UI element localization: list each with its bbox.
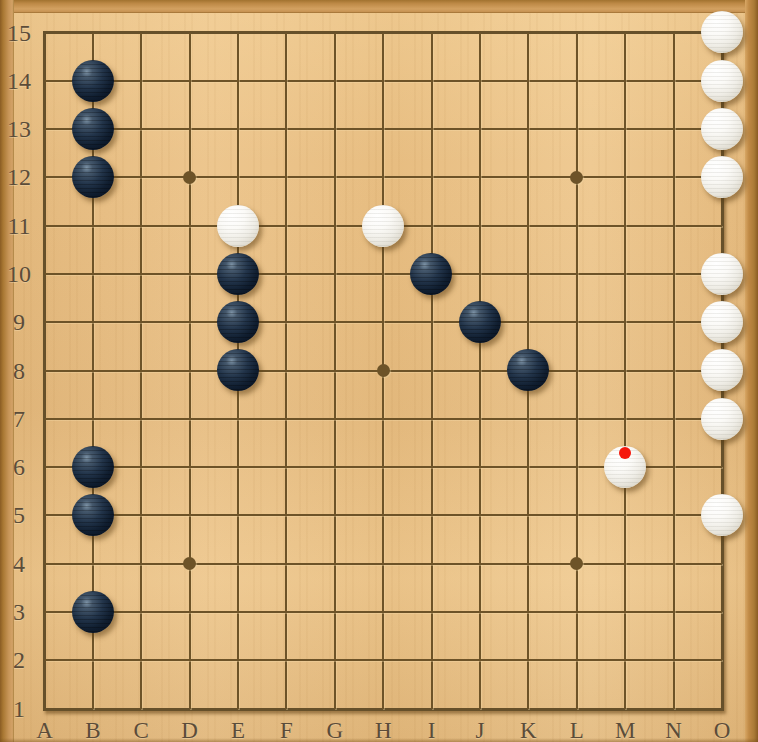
- cell-N14[interactable]: [649, 57, 697, 105]
- cell-O7[interactable]: [698, 395, 746, 443]
- cell-C10[interactable]: [117, 250, 165, 298]
- cell-B9[interactable]: [69, 298, 117, 346]
- black-stone-B6: [72, 446, 114, 488]
- cell-B6[interactable]: [69, 443, 117, 491]
- cell-M10[interactable]: [601, 250, 649, 298]
- cell-M2[interactable]: [601, 636, 649, 684]
- cell-B15[interactable]: [69, 8, 117, 56]
- cell-C3[interactable]: [117, 588, 165, 636]
- cell-A4[interactable]: [20, 539, 68, 587]
- cell-B1[interactable]: [69, 684, 117, 732]
- cell-B8[interactable]: [69, 346, 117, 394]
- cell-I1[interactable]: [407, 684, 455, 732]
- black-stone-E10: [217, 253, 259, 295]
- cell-L14[interactable]: [552, 57, 600, 105]
- cell-K6[interactable]: [504, 443, 552, 491]
- black-stone-B13: [72, 108, 114, 150]
- cell-J12[interactable]: [456, 153, 504, 201]
- black-stone-K8: [507, 349, 549, 391]
- black-stone-B14: [72, 60, 114, 102]
- cell-M11[interactable]: [601, 201, 649, 249]
- cell-J8[interactable]: [456, 346, 504, 394]
- cell-N9[interactable]: [649, 298, 697, 346]
- cell-A15[interactable]: [20, 8, 68, 56]
- cell-A12[interactable]: [20, 153, 68, 201]
- cell-N10[interactable]: [649, 250, 697, 298]
- cell-I9[interactable]: [407, 298, 455, 346]
- cell-D15[interactable]: [165, 8, 213, 56]
- cell-O8[interactable]: [698, 346, 746, 394]
- cell-G13[interactable]: [311, 105, 359, 153]
- cell-O4[interactable]: [698, 539, 746, 587]
- cell-E2[interactable]: [214, 636, 262, 684]
- cell-A14[interactable]: [20, 57, 68, 105]
- cell-O13[interactable]: [698, 105, 746, 153]
- cell-K13[interactable]: [504, 105, 552, 153]
- cell-K11[interactable]: [504, 201, 552, 249]
- cell-E1[interactable]: [214, 684, 262, 732]
- cell-I5[interactable]: [407, 491, 455, 539]
- black-stone-E9: [217, 301, 259, 343]
- black-stone-B3: [72, 591, 114, 633]
- cell-H5[interactable]: [359, 491, 407, 539]
- cell-D1[interactable]: [165, 684, 213, 732]
- cell-L1[interactable]: [552, 684, 600, 732]
- cell-G14[interactable]: [311, 57, 359, 105]
- cell-B11[interactable]: [69, 201, 117, 249]
- cell-N11[interactable]: [649, 201, 697, 249]
- cell-I6[interactable]: [407, 443, 455, 491]
- cell-G6[interactable]: [311, 443, 359, 491]
- cell-B10[interactable]: [69, 250, 117, 298]
- cell-F12[interactable]: [262, 153, 310, 201]
- cell-A10[interactable]: [20, 250, 68, 298]
- cell-L2[interactable]: [552, 636, 600, 684]
- cell-M5[interactable]: [601, 491, 649, 539]
- cell-F5[interactable]: [262, 491, 310, 539]
- black-stone-B5: [72, 494, 114, 536]
- cell-H15[interactable]: [359, 8, 407, 56]
- cell-O2[interactable]: [698, 636, 746, 684]
- cell-O15[interactable]: [698, 8, 746, 56]
- black-stone-I10: [410, 253, 452, 295]
- cell-G9[interactable]: [311, 298, 359, 346]
- cell-J13[interactable]: [456, 105, 504, 153]
- cell-M4[interactable]: [601, 539, 649, 587]
- cell-H12[interactable]: [359, 153, 407, 201]
- cell-M7[interactable]: [601, 395, 649, 443]
- white-stone-O10: [701, 253, 743, 295]
- cell-B14[interactable]: [69, 57, 117, 105]
- cell-E9[interactable]: [214, 298, 262, 346]
- cell-J14[interactable]: [456, 57, 504, 105]
- cell-E3[interactable]: [214, 588, 262, 636]
- cell-I4[interactable]: [407, 539, 455, 587]
- cell-H4[interactable]: [359, 539, 407, 587]
- cell-I8[interactable]: [407, 346, 455, 394]
- cell-M6[interactable]: [601, 443, 649, 491]
- cell-C4[interactable]: [117, 539, 165, 587]
- cell-J9[interactable]: [456, 298, 504, 346]
- cell-J4[interactable]: [456, 539, 504, 587]
- white-stone-O12: [701, 156, 743, 198]
- cell-M3[interactable]: [601, 588, 649, 636]
- cell-F6[interactable]: [262, 443, 310, 491]
- cell-C7[interactable]: [117, 395, 165, 443]
- cell-H7[interactable]: [359, 395, 407, 443]
- cell-H1[interactable]: [359, 684, 407, 732]
- cell-I3[interactable]: [407, 588, 455, 636]
- cell-L15[interactable]: [552, 8, 600, 56]
- cell-N6[interactable]: [649, 443, 697, 491]
- cell-E6[interactable]: [214, 443, 262, 491]
- cell-G3[interactable]: [311, 588, 359, 636]
- cell-D8[interactable]: [165, 346, 213, 394]
- cell-N3[interactable]: [649, 588, 697, 636]
- cell-D13[interactable]: [165, 105, 213, 153]
- cell-F11[interactable]: [262, 201, 310, 249]
- cell-K3[interactable]: [504, 588, 552, 636]
- cell-E15[interactable]: [214, 8, 262, 56]
- cell-B13[interactable]: [69, 105, 117, 153]
- cell-J1[interactable]: [456, 684, 504, 732]
- cell-G5[interactable]: [311, 491, 359, 539]
- cell-D14[interactable]: [165, 57, 213, 105]
- cell-K8[interactable]: [504, 346, 552, 394]
- white-stone-O13: [701, 108, 743, 150]
- goban: 151413121110987654321 ABCDEFGHIJKLMNO: [0, 0, 758, 742]
- cell-O9[interactable]: [698, 298, 746, 346]
- cell-H6[interactable]: [359, 443, 407, 491]
- cell-I12[interactable]: [407, 153, 455, 201]
- cell-F7[interactable]: [262, 395, 310, 443]
- cell-N2[interactable]: [649, 636, 697, 684]
- cell-O5[interactable]: [698, 491, 746, 539]
- cell-M8[interactable]: [601, 346, 649, 394]
- cell-N15[interactable]: [649, 8, 697, 56]
- cell-C13[interactable]: [117, 105, 165, 153]
- cell-F13[interactable]: [262, 105, 310, 153]
- cell-I10[interactable]: [407, 250, 455, 298]
- cell-G1[interactable]: [311, 684, 359, 732]
- cell-N5[interactable]: [649, 491, 697, 539]
- cell-M14[interactable]: [601, 57, 649, 105]
- cell-E13[interactable]: [214, 105, 262, 153]
- cell-O11[interactable]: [698, 201, 746, 249]
- cell-L13[interactable]: [552, 105, 600, 153]
- cell-I7[interactable]: [407, 395, 455, 443]
- cell-L8[interactable]: [552, 346, 600, 394]
- cell-C15[interactable]: [117, 8, 165, 56]
- cell-N8[interactable]: [649, 346, 697, 394]
- white-stone-H11: [362, 205, 404, 247]
- white-stone-O15: [701, 11, 743, 53]
- board-grid: [20, 8, 746, 732]
- cell-M9[interactable]: [601, 298, 649, 346]
- cell-L7[interactable]: [552, 395, 600, 443]
- cell-L4[interactable]: [552, 539, 600, 587]
- cell-O1[interactable]: [698, 684, 746, 732]
- cell-D12[interactable]: [165, 153, 213, 201]
- cell-D10[interactable]: [165, 250, 213, 298]
- cell-H8[interactable]: [359, 346, 407, 394]
- cell-J5[interactable]: [456, 491, 504, 539]
- cell-D2[interactable]: [165, 636, 213, 684]
- cell-J6[interactable]: [456, 443, 504, 491]
- cell-I11[interactable]: [407, 201, 455, 249]
- cell-L12[interactable]: [552, 153, 600, 201]
- white-stone-O14: [701, 60, 743, 102]
- cell-K7[interactable]: [504, 395, 552, 443]
- white-stone-O5: [701, 494, 743, 536]
- cell-A9[interactable]: [20, 298, 68, 346]
- cell-D3[interactable]: [165, 588, 213, 636]
- cell-G10[interactable]: [311, 250, 359, 298]
- cell-G2[interactable]: [311, 636, 359, 684]
- cell-E11[interactable]: [214, 201, 262, 249]
- cell-E5[interactable]: [214, 491, 262, 539]
- cell-C14[interactable]: [117, 57, 165, 105]
- cell-H2[interactable]: [359, 636, 407, 684]
- cell-B2[interactable]: [69, 636, 117, 684]
- cell-N12[interactable]: [649, 153, 697, 201]
- cell-O3[interactable]: [698, 588, 746, 636]
- cell-A2[interactable]: [20, 636, 68, 684]
- cell-A6[interactable]: [20, 443, 68, 491]
- cell-G11[interactable]: [311, 201, 359, 249]
- cell-A8[interactable]: [20, 346, 68, 394]
- cell-A13[interactable]: [20, 105, 68, 153]
- cell-N7[interactable]: [649, 395, 697, 443]
- cell-M15[interactable]: [601, 8, 649, 56]
- black-stone-B12: [72, 156, 114, 198]
- cell-M1[interactable]: [601, 684, 649, 732]
- cell-B3[interactable]: [69, 588, 117, 636]
- cell-I14[interactable]: [407, 57, 455, 105]
- cell-K9[interactable]: [504, 298, 552, 346]
- cell-M12[interactable]: [601, 153, 649, 201]
- cell-F14[interactable]: [262, 57, 310, 105]
- cell-E8[interactable]: [214, 346, 262, 394]
- cell-J11[interactable]: [456, 201, 504, 249]
- cell-F1[interactable]: [262, 684, 310, 732]
- cell-N4[interactable]: [649, 539, 697, 587]
- cell-J7[interactable]: [456, 395, 504, 443]
- cell-A5[interactable]: [20, 491, 68, 539]
- white-stone-M6: [604, 446, 646, 488]
- cell-B12[interactable]: [69, 153, 117, 201]
- cell-L6[interactable]: [552, 443, 600, 491]
- cell-L10[interactable]: [552, 250, 600, 298]
- cell-C6[interactable]: [117, 443, 165, 491]
- cell-K12[interactable]: [504, 153, 552, 201]
- cell-G7[interactable]: [311, 395, 359, 443]
- cell-L9[interactable]: [552, 298, 600, 346]
- cell-L3[interactable]: [552, 588, 600, 636]
- white-stone-E11: [217, 205, 259, 247]
- cell-K10[interactable]: [504, 250, 552, 298]
- cell-O10[interactable]: [698, 250, 746, 298]
- cell-O6[interactable]: [698, 443, 746, 491]
- cell-H9[interactable]: [359, 298, 407, 346]
- last-move-marker: [619, 447, 631, 459]
- cell-K14[interactable]: [504, 57, 552, 105]
- cell-C2[interactable]: [117, 636, 165, 684]
- cell-H10[interactable]: [359, 250, 407, 298]
- cell-K1[interactable]: [504, 684, 552, 732]
- cell-B4[interactable]: [69, 539, 117, 587]
- cell-H13[interactable]: [359, 105, 407, 153]
- cell-J10[interactable]: [456, 250, 504, 298]
- cell-B7[interactable]: [69, 395, 117, 443]
- cell-F10[interactable]: [262, 250, 310, 298]
- cell-F9[interactable]: [262, 298, 310, 346]
- cell-H11[interactable]: [359, 201, 407, 249]
- cell-N13[interactable]: [649, 105, 697, 153]
- cell-E12[interactable]: [214, 153, 262, 201]
- cell-C5[interactable]: [117, 491, 165, 539]
- cell-E4[interactable]: [214, 539, 262, 587]
- cell-O14[interactable]: [698, 57, 746, 105]
- cell-H3[interactable]: [359, 588, 407, 636]
- cell-E10[interactable]: [214, 250, 262, 298]
- cell-D11[interactable]: [165, 201, 213, 249]
- cell-D4[interactable]: [165, 539, 213, 587]
- white-stone-O8: [701, 349, 743, 391]
- cell-A3[interactable]: [20, 588, 68, 636]
- cell-D9[interactable]: [165, 298, 213, 346]
- cell-I15[interactable]: [407, 8, 455, 56]
- cell-G4[interactable]: [311, 539, 359, 587]
- cell-F2[interactable]: [262, 636, 310, 684]
- cell-K5[interactable]: [504, 491, 552, 539]
- cell-F15[interactable]: [262, 8, 310, 56]
- cell-E14[interactable]: [214, 57, 262, 105]
- cell-C12[interactable]: [117, 153, 165, 201]
- cell-D6[interactable]: [165, 443, 213, 491]
- cell-C9[interactable]: [117, 298, 165, 346]
- cell-G15[interactable]: [311, 8, 359, 56]
- cell-G8[interactable]: [311, 346, 359, 394]
- cell-K2[interactable]: [504, 636, 552, 684]
- cell-M13[interactable]: [601, 105, 649, 153]
- cell-E7[interactable]: [214, 395, 262, 443]
- cell-I2[interactable]: [407, 636, 455, 684]
- cell-A1[interactable]: [20, 684, 68, 732]
- black-stone-E8: [217, 349, 259, 391]
- cell-K4[interactable]: [504, 539, 552, 587]
- cell-L5[interactable]: [552, 491, 600, 539]
- cell-A11[interactable]: [20, 201, 68, 249]
- cell-K15[interactable]: [504, 8, 552, 56]
- cell-J15[interactable]: [456, 8, 504, 56]
- cell-A7[interactable]: [20, 395, 68, 443]
- cell-D7[interactable]: [165, 395, 213, 443]
- cell-H14[interactable]: [359, 57, 407, 105]
- cell-N1[interactable]: [649, 684, 697, 732]
- cell-F8[interactable]: [262, 346, 310, 394]
- cell-D5[interactable]: [165, 491, 213, 539]
- white-stone-O9: [701, 301, 743, 343]
- cell-C11[interactable]: [117, 201, 165, 249]
- cell-J3[interactable]: [456, 588, 504, 636]
- cell-L11[interactable]: [552, 201, 600, 249]
- cell-B5[interactable]: [69, 491, 117, 539]
- cell-F4[interactable]: [262, 539, 310, 587]
- cell-C8[interactable]: [117, 346, 165, 394]
- black-stone-J9: [459, 301, 501, 343]
- cell-O12[interactable]: [698, 153, 746, 201]
- cell-J2[interactable]: [456, 636, 504, 684]
- white-stone-O7: [701, 398, 743, 440]
- cell-G12[interactable]: [311, 153, 359, 201]
- cell-I13[interactable]: [407, 105, 455, 153]
- cell-C1[interactable]: [117, 684, 165, 732]
- cell-F3[interactable]: [262, 588, 310, 636]
